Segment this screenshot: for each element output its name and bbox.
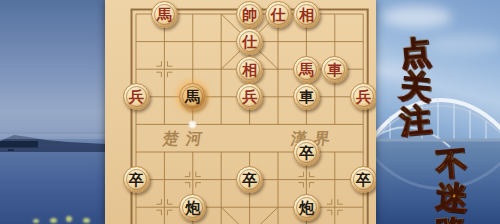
xiangqi-board[interactable]: 楚河 漢界 馬帥仕相仕相馬車兵兵兵馬車卒卒卒卒炮炮: [105, 0, 376, 224]
piece-character: 卒: [351, 167, 376, 193]
cutoff-caption-dot: [50, 218, 57, 223]
piece-black-cannon-1[interactable]: 炮: [179, 194, 206, 221]
piece-red-elephant-2[interactable]: 相: [236, 56, 263, 83]
piece-character: 炮: [180, 195, 205, 221]
piece-character: 卒: [294, 140, 319, 166]
piece-red-elephant-1[interactable]: 相: [293, 1, 320, 28]
background-lake-photo: [0, 0, 106, 224]
piece-character: 相: [237, 57, 262, 83]
piece-character: 卒: [237, 167, 262, 193]
piece-character: 帥: [237, 2, 262, 28]
piece-character: 兵: [124, 84, 149, 110]
piece-character: 馬: [152, 2, 177, 28]
piece-red-advisor-2[interactable]: 仕: [236, 28, 263, 55]
piece-black-cannon-2[interactable]: 炮: [293, 194, 320, 221]
piece-red-chariot[interactable]: 車: [321, 56, 348, 83]
piece-red-soldier-3[interactable]: 兵: [350, 83, 376, 110]
piece-character: 炮: [294, 195, 319, 221]
piece-character: 仕: [266, 2, 291, 28]
cutoff-caption-dot: [33, 219, 39, 223]
piece-character: 馬: [294, 57, 319, 83]
overlay-character: 点: [398, 35, 432, 72]
piece-black-soldier-2[interactable]: 卒: [123, 166, 150, 193]
piece-red-soldier-1[interactable]: 兵: [123, 83, 150, 110]
overlay-character: 路: [434, 214, 468, 224]
piece-red-horse-1[interactable]: 馬: [151, 1, 178, 28]
piece-red-advisor-1[interactable]: 仕: [265, 1, 292, 28]
piece-character: 兵: [237, 84, 262, 110]
piece-red-general[interactable]: 帥: [236, 1, 263, 28]
piece-character: 車: [322, 57, 347, 83]
piece-red-horse-2[interactable]: 馬: [293, 56, 320, 83]
overlay-character: 注: [398, 103, 432, 140]
piece-character: 仕: [237, 29, 262, 55]
river-label-chu-he: 楚河: [162, 129, 211, 150]
piece-character: 相: [294, 2, 319, 28]
overlay-text-dont-get-lost: 不迷路: [432, 147, 470, 224]
piece-black-horse[interactable]: 馬: [179, 83, 206, 110]
piece-character: 車: [294, 84, 319, 110]
overlay-text-follow: 点关注: [396, 36, 434, 138]
overlay-character: 关: [398, 69, 432, 106]
piece-black-soldier-3[interactable]: 卒: [236, 166, 263, 193]
piece-black-chariot[interactable]: 車: [293, 83, 320, 110]
overlay-character: 不: [434, 146, 468, 183]
cutoff-caption-dot: [66, 216, 72, 222]
piece-character: 卒: [124, 167, 149, 193]
overlay-character: 迷: [434, 180, 468, 217]
piece-character: 馬: [180, 84, 205, 110]
piece-red-soldier-2[interactable]: 兵: [236, 83, 263, 110]
hills-silhouette: [0, 0, 106, 224]
piece-character: 兵: [351, 84, 376, 110]
cutoff-caption-dot: [83, 218, 90, 223]
piece-black-soldier-1[interactable]: 卒: [293, 139, 320, 166]
screenshot-stage: 楚河 漢界 馬帥仕相仕相馬車兵兵兵馬車卒卒卒卒炮炮 点关注 不迷路: [0, 0, 500, 224]
piece-black-soldier-4[interactable]: 卒: [350, 166, 376, 193]
